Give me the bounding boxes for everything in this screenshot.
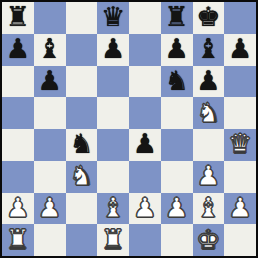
square-b4[interactable] (34, 129, 66, 161)
square-f6[interactable]: ♞ (161, 66, 193, 98)
piece-white-knight[interactable]: ♞ (69, 162, 93, 189)
square-c2[interactable] (66, 193, 98, 225)
piece-black-knight[interactable]: ♞ (69, 130, 93, 157)
square-a1[interactable]: ♜ (2, 224, 34, 256)
square-b2[interactable]: ♟ (34, 193, 66, 225)
square-f3[interactable] (161, 161, 193, 193)
square-c7[interactable] (66, 34, 98, 66)
piece-black-pawn[interactable]: ♟ (38, 67, 62, 94)
square-g7[interactable]: ♝ (193, 34, 225, 66)
square-d1[interactable]: ♜ (97, 224, 129, 256)
square-f1[interactable] (161, 224, 193, 256)
square-h2[interactable]: ♟ (224, 193, 256, 225)
square-d3[interactable] (97, 161, 129, 193)
piece-white-pawn[interactable]: ♟ (165, 194, 189, 221)
square-e1[interactable] (129, 224, 161, 256)
square-f5[interactable] (161, 97, 193, 129)
square-b5[interactable] (34, 97, 66, 129)
piece-white-pawn[interactable]: ♟ (228, 194, 252, 221)
square-b3[interactable] (34, 161, 66, 193)
piece-black-king[interactable]: ♚ (196, 3, 220, 30)
piece-black-pawn[interactable]: ♟ (228, 35, 252, 62)
square-c6[interactable] (66, 66, 98, 98)
chess-board: ♜♛♜♚♟♝♟♟♝♟♟♞♟♞♞♟♛♞♟♟♟♝♟♟♝♟♜♜♚ (2, 2, 256, 256)
square-e7[interactable] (129, 34, 161, 66)
square-d5[interactable] (97, 97, 129, 129)
square-b8[interactable] (34, 2, 66, 34)
square-e4[interactable]: ♟ (129, 129, 161, 161)
square-e8[interactable] (129, 2, 161, 34)
square-g5[interactable]: ♞ (193, 97, 225, 129)
piece-black-pawn[interactable]: ♟ (165, 35, 189, 62)
square-h4[interactable]: ♛ (224, 129, 256, 161)
piece-black-rook[interactable]: ♜ (165, 3, 189, 30)
square-h6[interactable] (224, 66, 256, 98)
square-b7[interactable]: ♝ (34, 34, 66, 66)
piece-black-pawn[interactable]: ♟ (133, 130, 157, 157)
square-b6[interactable]: ♟ (34, 66, 66, 98)
piece-white-knight[interactable]: ♞ (196, 99, 220, 126)
square-e2[interactable]: ♟ (129, 193, 161, 225)
square-f2[interactable]: ♟ (161, 193, 193, 225)
piece-black-pawn[interactable]: ♟ (6, 35, 30, 62)
piece-white-queen[interactable]: ♛ (228, 130, 252, 157)
piece-white-pawn[interactable]: ♟ (133, 194, 157, 221)
chess-board-frame: ♜♛♜♚♟♝♟♟♝♟♟♞♟♞♞♟♛♞♟♟♟♝♟♟♝♟♜♜♚ (0, 0, 258, 258)
piece-white-bishop[interactable]: ♝ (196, 194, 220, 221)
square-g8[interactable]: ♚ (193, 2, 225, 34)
square-c5[interactable] (66, 97, 98, 129)
square-e3[interactable] (129, 161, 161, 193)
square-d7[interactable]: ♟ (97, 34, 129, 66)
square-a7[interactable]: ♟ (2, 34, 34, 66)
square-g6[interactable]: ♟ (193, 66, 225, 98)
square-c1[interactable] (66, 224, 98, 256)
square-f7[interactable]: ♟ (161, 34, 193, 66)
piece-white-pawn[interactable]: ♟ (6, 194, 30, 221)
square-h5[interactable] (224, 97, 256, 129)
piece-white-bishop[interactable]: ♝ (101, 194, 125, 221)
square-a3[interactable] (2, 161, 34, 193)
piece-white-king[interactable]: ♚ (196, 226, 220, 253)
piece-white-rook[interactable]: ♜ (101, 226, 125, 253)
piece-black-queen[interactable]: ♛ (101, 3, 125, 30)
piece-black-pawn[interactable]: ♟ (196, 67, 220, 94)
square-e6[interactable] (129, 66, 161, 98)
square-c4[interactable]: ♞ (66, 129, 98, 161)
square-g4[interactable] (193, 129, 225, 161)
piece-black-rook[interactable]: ♜ (6, 3, 30, 30)
square-f8[interactable]: ♜ (161, 2, 193, 34)
square-a6[interactable] (2, 66, 34, 98)
piece-black-knight[interactable]: ♞ (165, 67, 189, 94)
square-a2[interactable]: ♟ (2, 193, 34, 225)
square-f4[interactable] (161, 129, 193, 161)
square-g3[interactable]: ♟ (193, 161, 225, 193)
square-d6[interactable] (97, 66, 129, 98)
square-h7[interactable]: ♟ (224, 34, 256, 66)
piece-black-bishop[interactable]: ♝ (196, 35, 220, 62)
piece-black-bishop[interactable]: ♝ (38, 35, 62, 62)
square-d8[interactable]: ♛ (97, 2, 129, 34)
square-c8[interactable] (66, 2, 98, 34)
square-a8[interactable]: ♜ (2, 2, 34, 34)
square-g2[interactable]: ♝ (193, 193, 225, 225)
piece-black-pawn[interactable]: ♟ (101, 35, 125, 62)
square-b1[interactable] (34, 224, 66, 256)
square-h3[interactable] (224, 161, 256, 193)
square-h1[interactable] (224, 224, 256, 256)
square-d4[interactable] (97, 129, 129, 161)
square-h8[interactable] (224, 2, 256, 34)
piece-white-pawn[interactable]: ♟ (38, 194, 62, 221)
piece-white-rook[interactable]: ♜ (6, 226, 30, 253)
piece-white-pawn[interactable]: ♟ (196, 162, 220, 189)
square-g1[interactable]: ♚ (193, 224, 225, 256)
square-a5[interactable] (2, 97, 34, 129)
square-a4[interactable] (2, 129, 34, 161)
square-e5[interactable] (129, 97, 161, 129)
square-c3[interactable]: ♞ (66, 161, 98, 193)
square-d2[interactable]: ♝ (97, 193, 129, 225)
